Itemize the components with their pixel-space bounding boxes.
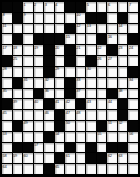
- white-cell-r9c8[interactable]: 37: [76, 89, 86, 99]
- clue-number: 63: [118, 153, 122, 158]
- white-cell-r5c1[interactable]: 17: [2, 45, 12, 55]
- clue-number: 53: [3, 131, 7, 136]
- white-cell-r10c7[interactable]: 42: [65, 99, 75, 109]
- white-cell-r1c3[interactable]: 1: [23, 2, 33, 12]
- clue-number: 42: [66, 99, 70, 104]
- white-cell-r9c12[interactable]: 38: [118, 89, 128, 99]
- white-cell-r3c3[interactable]: [23, 24, 33, 34]
- clue-number: 18: [13, 45, 17, 50]
- clue-number: 46: [45, 110, 49, 115]
- white-cell-r7c4[interactable]: [34, 67, 44, 77]
- white-cell-r5c2[interactable]: 18: [13, 45, 23, 55]
- clue-number: 41: [55, 99, 59, 104]
- clue-number: 24: [129, 45, 133, 50]
- white-cell-r14c5[interactable]: [44, 143, 54, 153]
- white-cell-r15c7[interactable]: 61: [65, 153, 75, 163]
- white-cell-r3c2[interactable]: [13, 24, 23, 34]
- white-cell-r13c2[interactable]: [13, 132, 23, 142]
- black-cell-r7c13: [128, 67, 138, 77]
- black-cell-r8c2: [13, 78, 23, 88]
- clue-number: 48: [76, 110, 80, 115]
- clue-number: 9: [24, 12, 26, 17]
- black-cell-r9c7: [65, 89, 75, 99]
- white-cell-r11c11[interactable]: [107, 110, 117, 120]
- black-cell-r3c7: [65, 24, 75, 34]
- black-cell-r8c7: [65, 78, 75, 88]
- white-cell-r15c4[interactable]: [34, 153, 44, 163]
- clue-number: 54: [55, 131, 59, 136]
- clue-number: 14: [118, 23, 122, 28]
- white-cell-r13c1[interactable]: 53: [2, 132, 12, 142]
- black-cell-r4c5: [44, 34, 54, 44]
- white-cell-r1c10[interactable]: [97, 2, 107, 12]
- black-cell-r14c11: [107, 143, 117, 153]
- white-cell-r8c11[interactable]: [107, 78, 117, 88]
- clue-number: 19: [34, 45, 38, 50]
- black-cell-r10c12: [118, 99, 128, 109]
- white-cell-r12c7[interactable]: 50: [65, 121, 75, 131]
- white-cell-r7c6[interactable]: 29: [55, 67, 65, 77]
- white-cell-r14c6[interactable]: [55, 143, 65, 153]
- clue-number: 11: [3, 23, 7, 28]
- white-cell-r3c8[interactable]: 12: [76, 24, 86, 34]
- black-cell-r1c1: [2, 2, 12, 12]
- white-cell-r6c12[interactable]: [118, 56, 128, 66]
- white-cell-r7c2[interactable]: [13, 67, 23, 77]
- white-cell-r5c9[interactable]: [86, 45, 96, 55]
- black-cell-r5c7: [65, 45, 75, 55]
- clue-number: 6: [108, 2, 110, 7]
- clue-number: 22: [97, 45, 101, 50]
- black-cell-r1c7: [65, 2, 75, 12]
- white-cell-r8c12[interactable]: [118, 78, 128, 88]
- black-cell-r2c2: [13, 13, 23, 23]
- white-cell-r16c8[interactable]: [76, 164, 86, 174]
- white-cell-r13c8[interactable]: [76, 132, 86, 142]
- black-cell-r15c10: [97, 153, 107, 163]
- white-cell-r1c5[interactable]: 3: [44, 2, 54, 12]
- white-cell-r13c3[interactable]: [23, 132, 33, 142]
- black-cell-r14c3: [23, 143, 33, 153]
- white-cell-r8c9[interactable]: [86, 78, 96, 88]
- clue-number: 40: [34, 99, 38, 104]
- clue-number: 37: [76, 88, 80, 93]
- clue-number: 60: [24, 153, 28, 158]
- white-cell-r4c1[interactable]: [2, 34, 12, 44]
- white-cell-r4c12[interactable]: [118, 34, 128, 44]
- white-cell-r12c5[interactable]: [44, 121, 54, 131]
- clue-number: 38: [118, 88, 122, 93]
- clue-number: 56: [129, 131, 133, 136]
- clue-number: 32: [45, 77, 49, 82]
- white-cell-r8c1[interactable]: [2, 78, 12, 88]
- white-cell-r7c10[interactable]: [97, 67, 107, 77]
- black-cell-r14c12: [118, 143, 128, 153]
- white-cell-r12c4[interactable]: [34, 121, 44, 131]
- white-cell-r4c7[interactable]: 15: [65, 34, 75, 44]
- white-cell-r15c3[interactable]: 60: [23, 153, 33, 163]
- white-cell-r2c4[interactable]: [34, 13, 44, 23]
- white-cell-r15c13[interactable]: [128, 153, 138, 163]
- black-cell-r2c10: [97, 13, 107, 23]
- white-cell-r3c5[interactable]: [44, 24, 54, 34]
- white-cell-r1c12[interactable]: [118, 2, 128, 12]
- clue-number: 10: [76, 12, 80, 17]
- white-cell-r13c9[interactable]: [86, 132, 96, 142]
- white-cell-r3c9[interactable]: 13: [86, 24, 96, 34]
- white-cell-r8c10[interactable]: [97, 78, 107, 88]
- black-cell-r1c8: [76, 2, 86, 12]
- white-cell-r9c10[interactable]: [97, 89, 107, 99]
- white-cell-r11c2[interactable]: [13, 110, 23, 120]
- white-cell-r6c13[interactable]: [128, 56, 138, 66]
- white-cell-r7c9[interactable]: 30: [86, 67, 96, 77]
- black-cell-r10c5: [44, 99, 54, 109]
- white-cell-r16c13[interactable]: [128, 164, 138, 174]
- clue-number: 47: [66, 110, 70, 115]
- white-cell-r2c6[interactable]: [55, 13, 65, 23]
- clue-number: 44: [108, 99, 112, 104]
- white-cell-r13c4[interactable]: [34, 132, 44, 142]
- white-cell-r7c1[interactable]: 28: [2, 67, 12, 77]
- clue-number: 28: [3, 66, 7, 71]
- white-cell-r1c13[interactable]: 7: [128, 2, 138, 12]
- white-cell-r7c3[interactable]: [23, 67, 33, 77]
- white-cell-r1c4[interactable]: 2: [34, 2, 44, 12]
- clue-number: 39: [13, 99, 17, 104]
- white-cell-r5c10[interactable]: 22: [97, 45, 107, 55]
- clue-number: 52: [118, 120, 122, 125]
- white-cell-r12c1[interactable]: [2, 121, 12, 131]
- clue-number: 13: [87, 23, 91, 28]
- clue-number: 7: [129, 2, 131, 7]
- black-cell-r1c2: [13, 2, 23, 12]
- black-cell-r4c4: [34, 34, 44, 44]
- white-cell-r11c10[interactable]: [97, 110, 107, 120]
- white-cell-r7c11[interactable]: [107, 67, 117, 77]
- clue-number: 17: [3, 45, 7, 50]
- clue-number: 59: [13, 153, 17, 158]
- white-cell-r16c7[interactable]: [65, 164, 75, 174]
- clue-number: 61: [66, 153, 70, 158]
- white-cell-r1c11[interactable]: 6: [107, 2, 117, 12]
- white-cell-r12c8[interactable]: [76, 121, 86, 131]
- white-cell-r5c8[interactable]: 21: [76, 45, 86, 55]
- white-cell-r5c13[interactable]: 24: [128, 45, 138, 55]
- white-cell-r10c9[interactable]: 43: [86, 99, 96, 109]
- white-cell-r3c12[interactable]: 14: [118, 24, 128, 34]
- black-cell-r9c11: [107, 89, 117, 99]
- black-cell-r6c7: [65, 56, 75, 66]
- white-cell-r3c11[interactable]: [107, 24, 117, 34]
- clue-number: 5: [87, 2, 89, 7]
- white-cell-r5c12[interactable]: 23: [118, 45, 128, 55]
- clue-number: 57: [34, 142, 38, 147]
- white-cell-r12c9[interactable]: [86, 121, 96, 131]
- white-cell-r2c13[interactable]: [128, 13, 138, 23]
- white-cell-r8c4[interactable]: [34, 78, 44, 88]
- white-cell-r7c7[interactable]: [65, 67, 75, 77]
- black-cell-r13c5: [44, 132, 54, 142]
- white-cell-r5c3[interactable]: [23, 45, 33, 55]
- white-cell-r5c6[interactable]: 20: [55, 45, 65, 55]
- white-cell-r16c4[interactable]: [34, 164, 44, 174]
- white-cell-r15c5[interactable]: [44, 153, 54, 163]
- black-cell-r2c9: [86, 13, 96, 23]
- white-cell-r10c10[interactable]: [97, 99, 107, 109]
- black-cell-r5c11: [107, 45, 117, 55]
- white-cell-r16c9[interactable]: [86, 164, 96, 174]
- clue-number: 55: [97, 131, 101, 136]
- white-cell-r16c2[interactable]: [13, 164, 23, 174]
- white-cell-r6c10[interactable]: 26: [97, 56, 107, 66]
- black-cell-r2c12: [118, 13, 128, 23]
- black-cell-r12c6: [55, 121, 65, 131]
- white-cell-r11c3[interactable]: [23, 110, 33, 120]
- black-cell-r12c2: [13, 121, 23, 131]
- white-cell-r14c4[interactable]: 57: [34, 143, 44, 153]
- black-cell-r4c6: [55, 34, 65, 44]
- white-cell-r8c3[interactable]: 31: [23, 78, 33, 88]
- black-cell-r10c1: [2, 99, 12, 109]
- white-cell-r2c5[interactable]: [44, 13, 54, 23]
- clue-number: 50: [66, 120, 70, 125]
- white-cell-r3c6[interactable]: [55, 24, 65, 34]
- clue-number: 31: [24, 77, 28, 82]
- white-cell-r11c7[interactable]: 47: [65, 110, 75, 120]
- black-cell-r14c7: [65, 143, 75, 153]
- white-cell-r6c11[interactable]: 27: [107, 56, 117, 66]
- clue-number: 45: [3, 110, 7, 115]
- white-cell-r6c2[interactable]: 25: [13, 56, 23, 66]
- white-cell-r10c4[interactable]: 40: [34, 99, 44, 109]
- black-cell-r5c5: [44, 45, 54, 55]
- black-cell-r14c2: [13, 143, 23, 153]
- white-cell-r7c12[interactable]: [118, 67, 128, 77]
- clue-number: 16: [108, 34, 112, 39]
- white-cell-r14c8[interactable]: [76, 143, 86, 153]
- clue-number: 4: [55, 2, 57, 7]
- black-cell-r15c6: [55, 153, 65, 163]
- clue-number: 49: [24, 120, 28, 125]
- white-cell-r3c13[interactable]: [128, 24, 138, 34]
- clue-number: 8: [3, 12, 5, 17]
- white-cell-r16c12[interactable]: [118, 164, 128, 174]
- white-cell-r14c1[interactable]: [2, 143, 12, 153]
- black-cell-r12c13: [128, 121, 138, 131]
- black-cell-r4c13: [128, 34, 138, 44]
- white-cell-r13c13[interactable]: 56: [128, 132, 138, 142]
- white-cell-r12c3[interactable]: 49: [23, 121, 33, 131]
- white-cell-r11c4[interactable]: [34, 110, 44, 120]
- white-cell-r8c5[interactable]: 32: [44, 78, 54, 88]
- white-cell-r4c3[interactable]: [23, 34, 33, 44]
- white-cell-r3c10[interactable]: [97, 24, 107, 34]
- white-cell-r15c12[interactable]: 63: [118, 153, 128, 163]
- clue-number: 20: [55, 45, 59, 50]
- black-cell-r16c5: [44, 164, 54, 174]
- white-cell-r10c11[interactable]: 44: [107, 99, 117, 109]
- clue-number: 62: [108, 153, 112, 158]
- white-cell-r13c6[interactable]: 54: [55, 132, 65, 142]
- clue-number: 30: [87, 66, 91, 71]
- white-cell-r11c9[interactable]: [86, 110, 96, 120]
- white-cell-r7c8[interactable]: [76, 67, 86, 77]
- white-cell-r16c3[interactable]: [23, 164, 33, 174]
- white-cell-r11c1[interactable]: 45: [2, 110, 12, 120]
- white-cell-r14c10[interactable]: [97, 143, 107, 153]
- white-cell-r1c9[interactable]: 5: [86, 2, 96, 12]
- black-cell-r7c5: [44, 67, 54, 77]
- white-cell-r3c1[interactable]: 11: [2, 24, 12, 34]
- white-cell-r8c8[interactable]: 33: [76, 78, 86, 88]
- white-cell-r13c11[interactable]: [107, 132, 117, 142]
- white-cell-r16c1[interactable]: 64: [2, 164, 12, 174]
- white-cell-r14c13[interactable]: [128, 143, 138, 153]
- clue-number: 51: [108, 120, 112, 125]
- clue-number: 35: [3, 88, 7, 93]
- white-cell-r9c2[interactable]: [13, 89, 23, 99]
- crossword-grid: 1234567891011121314151617181920212223242…: [2, 2, 138, 174]
- white-cell-r15c1[interactable]: 58: [2, 153, 12, 163]
- white-cell-r9c3[interactable]: [23, 89, 33, 99]
- white-cell-r9c5[interactable]: 36: [44, 89, 54, 99]
- black-cell-r6c9: [86, 56, 96, 66]
- white-cell-r13c12[interactable]: [118, 132, 128, 142]
- black-cell-r15c9: [86, 153, 96, 163]
- white-cell-r9c13[interactable]: [128, 89, 138, 99]
- white-cell-r6c6[interactable]: [55, 56, 65, 66]
- white-cell-r11c8[interactable]: 48: [76, 110, 86, 120]
- white-cell-r10c2[interactable]: 39: [13, 99, 23, 109]
- clue-number: 23: [118, 45, 122, 50]
- clue-number: 33: [76, 77, 80, 82]
- white-cell-r3c4[interactable]: [34, 24, 44, 34]
- clue-number: 29: [55, 66, 59, 71]
- white-cell-r11c13[interactable]: [128, 110, 138, 120]
- white-cell-r12c11[interactable]: 51: [107, 121, 117, 131]
- white-cell-r15c8[interactable]: [76, 153, 86, 163]
- white-cell-r4c9[interactable]: [86, 34, 96, 44]
- white-cell-r9c1[interactable]: 35: [2, 89, 12, 99]
- black-cell-r11c12: [118, 110, 128, 120]
- white-cell-r5c4[interactable]: 19: [34, 45, 44, 55]
- black-cell-r9c4: [34, 89, 44, 99]
- black-cell-r6c5: [44, 56, 54, 66]
- white-cell-r2c3[interactable]: 9: [23, 13, 33, 23]
- clue-number: 15: [66, 34, 70, 39]
- white-cell-r4c11[interactable]: 16: [107, 34, 117, 44]
- white-cell-r8c13[interactable]: 34: [128, 78, 138, 88]
- white-cell-r16c11[interactable]: [107, 164, 117, 174]
- white-cell-r11c5[interactable]: 46: [44, 110, 54, 120]
- clue-number: 1: [24, 2, 26, 7]
- white-cell-r9c6[interactable]: [55, 89, 65, 99]
- white-cell-r2c11[interactable]: [107, 13, 117, 23]
- white-cell-r15c11[interactable]: 62: [107, 153, 117, 163]
- white-cell-r8c6[interactable]: [55, 78, 65, 88]
- clue-number: 12: [76, 23, 80, 28]
- clue-number: 65: [55, 164, 59, 169]
- white-cell-r15c2[interactable]: 59: [13, 153, 23, 163]
- white-cell-r16c6[interactable]: 65: [55, 164, 65, 174]
- white-cell-r13c10[interactable]: 55: [97, 132, 107, 142]
- clue-number: 26: [97, 56, 101, 61]
- white-cell-r2c1[interactable]: 8: [2, 13, 12, 23]
- white-cell-r6c8[interactable]: [76, 56, 86, 66]
- white-cell-r9c9[interactable]: [86, 89, 96, 99]
- white-cell-r10c13[interactable]: [128, 99, 138, 109]
- black-cell-r4c10: [97, 34, 107, 44]
- clue-number: 25: [13, 56, 17, 61]
- white-cell-r16c10[interactable]: [97, 164, 107, 174]
- clue-number: 64: [3, 164, 7, 169]
- white-cell-r2c8[interactable]: 10: [76, 13, 86, 23]
- clue-number: 58: [3, 153, 7, 158]
- clue-number: 36: [45, 88, 49, 93]
- white-cell-r4c8[interactable]: [76, 34, 86, 44]
- black-cell-r10c8: [76, 99, 86, 109]
- white-cell-r2c7[interactable]: [65, 13, 75, 23]
- black-cell-r6c1: [2, 56, 12, 66]
- clue-number: 43: [87, 99, 91, 104]
- white-cell-r12c12[interactable]: 52: [118, 121, 128, 131]
- clue-number: 34: [129, 77, 133, 82]
- clue-number: 2: [34, 2, 36, 7]
- black-cell-r11c6: [55, 110, 65, 120]
- black-cell-r12c10: [97, 121, 107, 131]
- white-cell-r1c6[interactable]: 4: [55, 2, 65, 12]
- black-cell-r4c2: [13, 34, 23, 44]
- black-cell-r14c9: [86, 143, 96, 153]
- white-cell-r6c3[interactable]: [23, 56, 33, 66]
- clue-number: 3: [45, 2, 47, 7]
- clue-number: 21: [76, 45, 80, 50]
- white-cell-r13c7[interactable]: [65, 132, 75, 142]
- clue-number: 27: [108, 56, 112, 61]
- white-cell-r10c6[interactable]: 41: [55, 99, 65, 109]
- white-cell-r6c4[interactable]: [34, 56, 44, 66]
- white-cell-r10c3[interactable]: [23, 99, 33, 109]
